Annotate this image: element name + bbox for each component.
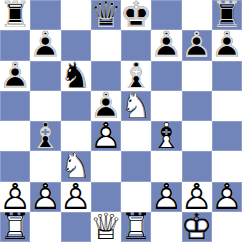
piece-white-bishop-f4[interactable]: ♝♗ bbox=[151, 121, 181, 151]
piece-white-queen-d1[interactable]: ♛♕ bbox=[91, 212, 121, 242]
square-d5[interactable]: ♟♙ bbox=[91, 91, 121, 121]
square-h6[interactable] bbox=[212, 61, 242, 91]
white-rook-outline-icon: ♖ bbox=[0, 212, 30, 242]
piece-white-knight-e5[interactable]: ♞♘ bbox=[121, 91, 151, 121]
black-bishop-icon: ♝ bbox=[30, 121, 60, 151]
square-d2[interactable] bbox=[91, 182, 121, 212]
black-pawn-icon: ♟ bbox=[151, 30, 181, 60]
square-g5[interactable] bbox=[182, 91, 212, 121]
square-f2[interactable]: ♟♙ bbox=[151, 182, 181, 212]
piece-white-knight-c3[interactable]: ♞♘ bbox=[61, 151, 91, 181]
black-pawn-outline-icon: ♙ bbox=[30, 30, 60, 60]
square-c4[interactable] bbox=[61, 121, 91, 151]
square-d1[interactable]: ♛♕ bbox=[91, 212, 121, 242]
piece-white-king-g1[interactable]: ♚♔ bbox=[182, 212, 212, 242]
square-e5[interactable]: ♞♘ bbox=[121, 91, 151, 121]
square-g4[interactable] bbox=[182, 121, 212, 151]
black-pawn-outline-icon: ♙ bbox=[151, 30, 181, 60]
square-g3[interactable] bbox=[182, 151, 212, 181]
square-b5[interactable] bbox=[30, 91, 60, 121]
square-h2[interactable]: ♟♙ bbox=[212, 182, 242, 212]
white-pawn-outline-icon: ♙ bbox=[212, 182, 242, 212]
piece-white-pawn-a2[interactable]: ♟♙ bbox=[0, 182, 30, 212]
white-bishop-outline-icon: ♗ bbox=[151, 121, 181, 151]
square-g6[interactable] bbox=[182, 61, 212, 91]
piece-black-knight-c6[interactable]: ♞♘ bbox=[61, 61, 91, 91]
black-rook-outline-icon: ♖ bbox=[212, 0, 242, 30]
piece-white-pawn-g2[interactable]: ♟♙ bbox=[182, 182, 212, 212]
white-knight-outline-icon: ♘ bbox=[121, 91, 151, 121]
square-a4[interactable] bbox=[0, 121, 30, 151]
square-c1[interactable] bbox=[61, 212, 91, 242]
square-d4[interactable]: ♟♙ bbox=[91, 121, 121, 151]
square-h1[interactable] bbox=[212, 212, 242, 242]
white-pawn-outline-icon: ♙ bbox=[182, 182, 212, 212]
black-queen-outline-icon: ♕ bbox=[91, 0, 121, 30]
white-pawn-outline-icon: ♙ bbox=[0, 182, 30, 212]
piece-white-rook-a1[interactable]: ♜♖ bbox=[0, 212, 30, 242]
square-c7[interactable] bbox=[61, 30, 91, 60]
piece-black-queen-d8[interactable]: ♛♕ bbox=[91, 0, 121, 30]
square-a3[interactable] bbox=[0, 151, 30, 181]
piece-black-pawn-f7[interactable]: ♟♙ bbox=[151, 30, 181, 60]
square-b1[interactable] bbox=[30, 212, 60, 242]
piece-black-pawn-d5[interactable]: ♟♙ bbox=[91, 91, 121, 121]
black-knight-outline-icon: ♘ bbox=[61, 61, 91, 91]
black-bishop-outline-icon: ♗ bbox=[30, 121, 60, 151]
square-g8[interactable] bbox=[182, 0, 212, 30]
black-pawn-icon: ♟ bbox=[0, 61, 30, 91]
white-knight-icon: ♞ bbox=[121, 91, 151, 121]
black-rook-outline-icon: ♖ bbox=[0, 0, 30, 30]
square-a6[interactable]: ♟♙ bbox=[0, 61, 30, 91]
white-knight-outline-icon: ♘ bbox=[61, 151, 91, 181]
square-b3[interactable] bbox=[30, 151, 60, 181]
piece-black-rook-a8[interactable]: ♜♖ bbox=[0, 0, 30, 30]
black-pawn-outline-icon: ♙ bbox=[182, 30, 212, 60]
piece-black-bishop-b4[interactable]: ♝♗ bbox=[30, 121, 60, 151]
white-pawn-outline-icon: ♙ bbox=[91, 121, 121, 151]
square-f3[interactable] bbox=[151, 151, 181, 181]
square-h8[interactable]: ♜♖ bbox=[212, 0, 242, 30]
square-e8[interactable]: ♚♔ bbox=[121, 0, 151, 30]
square-a8[interactable]: ♜♖ bbox=[0, 0, 30, 30]
black-pawn-icon: ♟ bbox=[182, 30, 212, 60]
square-h5[interactable] bbox=[212, 91, 242, 121]
piece-white-pawn-h2[interactable]: ♟♙ bbox=[212, 182, 242, 212]
white-pawn-icon: ♟ bbox=[0, 182, 30, 212]
piece-black-rook-h8[interactable]: ♜♖ bbox=[212, 0, 242, 30]
square-a2[interactable]: ♟♙ bbox=[0, 182, 30, 212]
square-d7[interactable] bbox=[91, 30, 121, 60]
square-b7[interactable]: ♟♙ bbox=[30, 30, 60, 60]
white-pawn-icon: ♟ bbox=[91, 121, 121, 151]
square-f4[interactable]: ♝♗ bbox=[151, 121, 181, 151]
square-c8[interactable] bbox=[61, 0, 91, 30]
square-b6[interactable] bbox=[30, 61, 60, 91]
piece-white-pawn-d4[interactable]: ♟♙ bbox=[91, 121, 121, 151]
white-bishop-icon: ♝ bbox=[151, 121, 181, 151]
white-rook-icon: ♜ bbox=[0, 212, 30, 242]
piece-white-pawn-b2[interactable]: ♟♙ bbox=[30, 182, 60, 212]
square-c2[interactable]: ♟♙ bbox=[61, 182, 91, 212]
square-g7[interactable]: ♟♙ bbox=[182, 30, 212, 60]
white-king-outline-icon: ♔ bbox=[182, 212, 212, 242]
square-f5[interactable] bbox=[151, 91, 181, 121]
square-e6[interactable]: ♝♗ bbox=[121, 61, 151, 91]
square-f6[interactable] bbox=[151, 61, 181, 91]
black-rook-icon: ♜ bbox=[212, 0, 242, 30]
piece-black-bishop-e6[interactable]: ♝♗ bbox=[121, 61, 151, 91]
white-rook-icon: ♜ bbox=[121, 212, 151, 242]
square-b4[interactable]: ♝♗ bbox=[30, 121, 60, 151]
square-b8[interactable] bbox=[30, 0, 60, 30]
black-pawn-icon: ♟ bbox=[212, 30, 242, 60]
piece-white-rook-e1[interactable]: ♜♖ bbox=[121, 212, 151, 242]
white-king-icon: ♚ bbox=[182, 212, 212, 242]
square-f8[interactable] bbox=[151, 0, 181, 30]
white-knight-icon: ♞ bbox=[61, 151, 91, 181]
black-pawn-outline-icon: ♙ bbox=[91, 91, 121, 121]
white-queen-outline-icon: ♕ bbox=[91, 212, 121, 242]
piece-black-pawn-g7[interactable]: ♟♙ bbox=[182, 30, 212, 60]
white-pawn-icon: ♟ bbox=[212, 182, 242, 212]
white-pawn-icon: ♟ bbox=[30, 182, 60, 212]
square-h4[interactable] bbox=[212, 121, 242, 151]
white-pawn-icon: ♟ bbox=[61, 182, 91, 212]
black-pawn-outline-icon: ♙ bbox=[212, 30, 242, 60]
black-bishop-outline-icon: ♗ bbox=[121, 61, 151, 91]
piece-black-king-e8[interactable]: ♚♔ bbox=[121, 0, 151, 30]
square-e1[interactable]: ♜♖ bbox=[121, 212, 151, 242]
white-pawn-icon: ♟ bbox=[182, 182, 212, 212]
white-pawn-icon: ♟ bbox=[151, 182, 181, 212]
piece-white-pawn-f2[interactable]: ♟♙ bbox=[151, 182, 181, 212]
square-a1[interactable]: ♜♖ bbox=[0, 212, 30, 242]
black-pawn-outline-icon: ♙ bbox=[0, 61, 30, 91]
black-pawn-icon: ♟ bbox=[91, 91, 121, 121]
square-f7[interactable]: ♟♙ bbox=[151, 30, 181, 60]
square-b2[interactable]: ♟♙ bbox=[30, 182, 60, 212]
square-c5[interactable] bbox=[61, 91, 91, 121]
black-knight-icon: ♞ bbox=[61, 61, 91, 91]
square-g1[interactable]: ♚♔ bbox=[182, 212, 212, 242]
square-c3[interactable]: ♞♘ bbox=[61, 151, 91, 181]
square-d6[interactable] bbox=[91, 61, 121, 91]
white-pawn-outline-icon: ♙ bbox=[30, 182, 60, 212]
square-h7[interactable]: ♟♙ bbox=[212, 30, 242, 60]
square-h3[interactable] bbox=[212, 151, 242, 181]
piece-black-pawn-a6[interactable]: ♟♙ bbox=[0, 61, 30, 91]
piece-black-pawn-b7[interactable]: ♟♙ bbox=[30, 30, 60, 60]
piece-black-pawn-h7[interactable]: ♟♙ bbox=[212, 30, 242, 60]
square-e2[interactable] bbox=[121, 182, 151, 212]
white-pawn-outline-icon: ♙ bbox=[151, 182, 181, 212]
black-pawn-icon: ♟ bbox=[30, 30, 60, 60]
black-bishop-icon: ♝ bbox=[121, 61, 151, 91]
white-rook-outline-icon: ♖ bbox=[121, 212, 151, 242]
black-queen-icon: ♛ bbox=[91, 0, 121, 30]
square-f1[interactable] bbox=[151, 212, 181, 242]
square-e7[interactable] bbox=[121, 30, 151, 60]
black-king-icon: ♚ bbox=[121, 0, 151, 30]
square-g2[interactable]: ♟♙ bbox=[182, 182, 212, 212]
square-d3[interactable] bbox=[91, 151, 121, 181]
square-a5[interactable] bbox=[0, 91, 30, 121]
square-a7[interactable] bbox=[0, 30, 30, 60]
square-c6[interactable]: ♞♘ bbox=[61, 61, 91, 91]
square-d8[interactable]: ♛♕ bbox=[91, 0, 121, 30]
square-e4[interactable] bbox=[121, 121, 151, 151]
black-rook-icon: ♜ bbox=[0, 0, 30, 30]
white-pawn-outline-icon: ♙ bbox=[61, 182, 91, 212]
square-e3[interactable] bbox=[121, 151, 151, 181]
chess-board: ♜♖♛♕♚♔♜♖♟♙♟♙♟♙♟♙♟♙♞♘♝♗♟♙♞♘♝♗♟♙♝♗♞♘♟♙♟♙♟♙… bbox=[0, 0, 242, 242]
piece-white-pawn-c2[interactable]: ♟♙ bbox=[61, 182, 91, 212]
white-queen-icon: ♛ bbox=[91, 212, 121, 242]
black-king-outline-icon: ♔ bbox=[121, 0, 151, 30]
